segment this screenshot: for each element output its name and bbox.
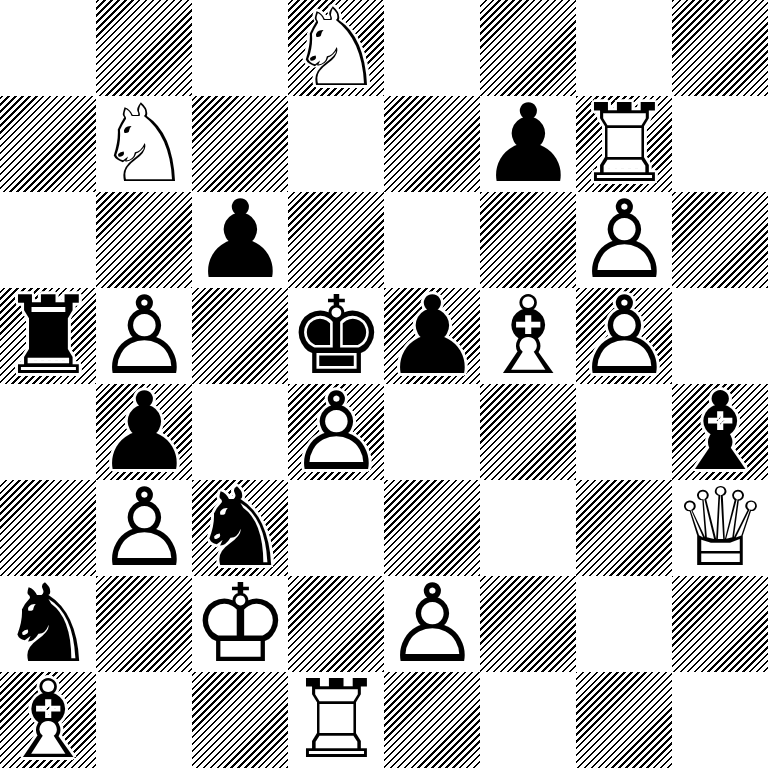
square-c1[interactable] bbox=[192, 672, 288, 768]
square-f7[interactable]: ♟ bbox=[480, 96, 576, 192]
white-pawn-outline-glyph: ♙ bbox=[384, 576, 481, 672]
white-pawn[interactable]: ♟♙ bbox=[288, 384, 384, 480]
white-bishop[interactable]: ♝♗ bbox=[0, 672, 96, 768]
square-f2[interactable] bbox=[480, 576, 576, 672]
square-c2[interactable]: ♚♔ bbox=[192, 576, 288, 672]
white-king[interactable]: ♚♔ bbox=[192, 576, 288, 672]
square-e8[interactable] bbox=[384, 0, 480, 96]
white-knight-outline-glyph: ♘ bbox=[288, 0, 385, 96]
square-e2[interactable]: ♟♙ bbox=[384, 576, 480, 672]
square-d7[interactable] bbox=[288, 96, 384, 192]
square-e1[interactable] bbox=[384, 672, 480, 768]
white-rook-outline-glyph: ♖ bbox=[288, 672, 385, 768]
square-g4[interactable] bbox=[576, 384, 672, 480]
square-e4[interactable] bbox=[384, 384, 480, 480]
square-f1[interactable] bbox=[480, 672, 576, 768]
square-d8[interactable]: ♞♘ bbox=[288, 0, 384, 96]
black-pawn-glyph: ♟ bbox=[480, 96, 577, 192]
white-pawn[interactable]: ♟♙ bbox=[384, 576, 480, 672]
square-d4[interactable]: ♟♙ bbox=[288, 384, 384, 480]
square-b1[interactable] bbox=[96, 672, 192, 768]
square-h7[interactable] bbox=[672, 96, 768, 192]
square-f5[interactable]: ♝♗ bbox=[480, 288, 576, 384]
square-b7[interactable]: ♞♘ bbox=[96, 96, 192, 192]
square-g1[interactable] bbox=[576, 672, 672, 768]
black-pawn-glyph: ♟ bbox=[192, 192, 289, 288]
square-c8[interactable] bbox=[192, 0, 288, 96]
black-rook[interactable]: ♜ bbox=[0, 288, 96, 384]
square-g3[interactable] bbox=[576, 480, 672, 576]
white-knight[interactable]: ♞♘ bbox=[288, 0, 384, 96]
white-rook[interactable]: ♜♖ bbox=[288, 672, 384, 768]
chess-diagram: ♞♘♞♘♟♜♖♟♟♙♜♟♙♚♟♝♗♟♙♟♟♙♝♟♙♞♛♕♞♚♔♟♙♝♗♜♖ bbox=[0, 0, 768, 768]
square-h3[interactable]: ♛♕ bbox=[672, 480, 768, 576]
white-bishop-outline-glyph: ♗ bbox=[480, 288, 577, 384]
chess-board: ♞♘♞♘♟♜♖♟♟♙♜♟♙♚♟♝♗♟♙♟♟♙♝♟♙♞♛♕♞♚♔♟♙♝♗♜♖ bbox=[0, 0, 768, 768]
white-pawn-outline-glyph: ♙ bbox=[288, 384, 385, 480]
square-h1[interactable] bbox=[672, 672, 768, 768]
square-d3[interactable] bbox=[288, 480, 384, 576]
white-knight[interactable]: ♞♘ bbox=[96, 96, 192, 192]
white-pawn[interactable]: ♟♙ bbox=[96, 480, 192, 576]
white-pawn-outline-glyph: ♙ bbox=[576, 288, 673, 384]
black-pawn[interactable]: ♟ bbox=[384, 288, 480, 384]
square-c6[interactable]: ♟ bbox=[192, 192, 288, 288]
square-d1[interactable]: ♜♖ bbox=[288, 672, 384, 768]
square-e7[interactable] bbox=[384, 96, 480, 192]
square-c5[interactable] bbox=[192, 288, 288, 384]
square-f3[interactable] bbox=[480, 480, 576, 576]
square-a1[interactable]: ♝♗ bbox=[0, 672, 96, 768]
white-knight-outline-glyph: ♘ bbox=[96, 96, 193, 192]
white-pawn[interactable]: ♟♙ bbox=[576, 288, 672, 384]
black-pawn[interactable]: ♟ bbox=[192, 192, 288, 288]
square-b2[interactable] bbox=[96, 576, 192, 672]
square-e5[interactable]: ♟ bbox=[384, 288, 480, 384]
white-queen[interactable]: ♛♕ bbox=[672, 480, 768, 576]
square-f4[interactable] bbox=[480, 384, 576, 480]
white-king-outline-glyph: ♔ bbox=[192, 576, 289, 672]
black-rook-glyph: ♜ bbox=[0, 288, 97, 384]
white-bishop[interactable]: ♝♗ bbox=[480, 288, 576, 384]
square-a7[interactable] bbox=[0, 96, 96, 192]
black-pawn[interactable]: ♟ bbox=[480, 96, 576, 192]
white-pawn-outline-glyph: ♙ bbox=[96, 480, 193, 576]
white-queen-outline-glyph: ♕ bbox=[672, 480, 768, 576]
square-a4[interactable] bbox=[0, 384, 96, 480]
square-a5[interactable]: ♜ bbox=[0, 288, 96, 384]
square-b3[interactable]: ♟♙ bbox=[96, 480, 192, 576]
black-pawn-glyph: ♟ bbox=[384, 288, 481, 384]
square-h8[interactable] bbox=[672, 0, 768, 96]
square-g2[interactable] bbox=[576, 576, 672, 672]
white-bishop-outline-glyph: ♗ bbox=[0, 672, 97, 768]
square-a8[interactable] bbox=[0, 0, 96, 96]
square-h6[interactable] bbox=[672, 192, 768, 288]
square-h2[interactable] bbox=[672, 576, 768, 672]
square-g5[interactable]: ♟♙ bbox=[576, 288, 672, 384]
